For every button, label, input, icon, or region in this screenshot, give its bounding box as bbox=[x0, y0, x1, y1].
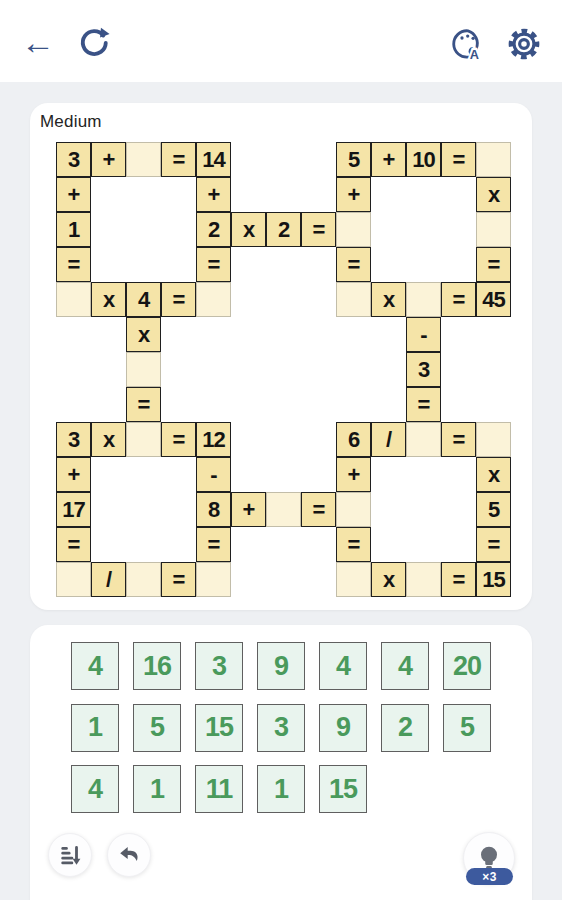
board-cell-r0c3: = bbox=[161, 142, 196, 177]
back-button[interactable]: ← bbox=[18, 22, 58, 62]
number-tile[interactable]: 4 bbox=[319, 642, 367, 690]
board-cell-r7c2: = bbox=[126, 387, 161, 422]
theme-button[interactable]: A A bbox=[448, 24, 488, 64]
board-cell-r12c2[interactable] bbox=[126, 562, 161, 597]
number-tile[interactable]: 3 bbox=[195, 642, 243, 690]
sort-icon bbox=[57, 842, 83, 868]
number-tile[interactable]: 9 bbox=[319, 704, 367, 752]
undo-icon bbox=[116, 842, 142, 868]
board-cell-r12c0[interactable] bbox=[56, 562, 91, 597]
number-tile[interactable]: 9 bbox=[257, 642, 305, 690]
tray-card: ×3 416394420151539254111115 bbox=[30, 625, 532, 900]
gear-icon bbox=[506, 26, 542, 62]
board-cell-r1c0: + bbox=[56, 177, 91, 212]
board-cell-r0c8: 5 bbox=[336, 142, 371, 177]
board-cell-r12c11: = bbox=[441, 562, 476, 597]
board-cell-r9c8: + bbox=[336, 457, 371, 492]
board-cell-r10c6[interactable] bbox=[266, 492, 301, 527]
board-cell-r4c3: = bbox=[161, 282, 196, 317]
number-tile[interactable]: 5 bbox=[443, 704, 491, 752]
board-cell-r10c5: + bbox=[231, 492, 266, 527]
board-cell-r2c6: 2 bbox=[266, 212, 301, 247]
number-tile[interactable]: 3 bbox=[257, 704, 305, 752]
board-cell-r4c4[interactable] bbox=[196, 282, 231, 317]
board-cell-r2c8[interactable] bbox=[336, 212, 371, 247]
board-cell-r0c10: 10 bbox=[406, 142, 441, 177]
number-tile[interactable]: 15 bbox=[195, 704, 243, 752]
number-tile[interactable]: 1 bbox=[257, 765, 305, 813]
board-cell-r12c1: / bbox=[91, 562, 126, 597]
board-cell-r5c10: - bbox=[406, 317, 441, 352]
board-cell-r8c3: = bbox=[161, 422, 196, 457]
number-tile[interactable]: 2 bbox=[381, 704, 429, 752]
palette-icon: A A bbox=[450, 26, 486, 62]
number-tile[interactable]: 20 bbox=[443, 642, 491, 690]
board-cell-r0c2[interactable] bbox=[126, 142, 161, 177]
board-cell-r12c9: x bbox=[371, 562, 406, 597]
back-arrow-icon: ← bbox=[21, 23, 55, 62]
board-cell-r3c0: = bbox=[56, 247, 91, 282]
board-cell-r8c0: 3 bbox=[56, 422, 91, 457]
board-cell-r12c3: = bbox=[161, 562, 196, 597]
board-cell-r4c9: x bbox=[371, 282, 406, 317]
board-cell-r0c1: + bbox=[91, 142, 126, 177]
board-cell-r8c8: 6 bbox=[336, 422, 371, 457]
board-cell-r10c7: = bbox=[301, 492, 336, 527]
board-cell-r3c4: = bbox=[196, 247, 231, 282]
board-cell-r8c9: / bbox=[371, 422, 406, 457]
board-cell-r8c10[interactable] bbox=[406, 422, 441, 457]
sort-button[interactable] bbox=[48, 833, 92, 877]
board-cell-r4c12: 45 bbox=[476, 282, 511, 317]
number-tile[interactable]: 4 bbox=[381, 642, 429, 690]
svg-text:A: A bbox=[470, 47, 479, 62]
board-cell-r8c12[interactable] bbox=[476, 422, 511, 457]
board-cell-r4c1: x bbox=[91, 282, 126, 317]
difficulty-label: Medium bbox=[40, 112, 102, 132]
board-cell-r1c4: + bbox=[196, 177, 231, 212]
board-cell-r12c8[interactable] bbox=[336, 562, 371, 597]
board-cell-r6c10: 3 bbox=[406, 352, 441, 387]
board-cell-r2c0: 1 bbox=[56, 212, 91, 247]
number-tile[interactable]: 15 bbox=[319, 765, 367, 813]
settings-button[interactable] bbox=[504, 24, 544, 64]
board-cell-r4c11: = bbox=[441, 282, 476, 317]
board-cell-r9c4: - bbox=[196, 457, 231, 492]
board-cell-r8c1: x bbox=[91, 422, 126, 457]
board-cell-r11c12: = bbox=[476, 527, 511, 562]
board-cell-r5c2: x bbox=[126, 317, 161, 352]
board-cell-r0c12[interactable] bbox=[476, 142, 511, 177]
board-cell-r9c12: x bbox=[476, 457, 511, 492]
board-cell-r7c10: = bbox=[406, 387, 441, 422]
board-cell-r2c7: = bbox=[301, 212, 336, 247]
board-cell-r2c5: x bbox=[231, 212, 266, 247]
number-tile[interactable]: 4 bbox=[71, 642, 119, 690]
board-cell-r10c4: 8 bbox=[196, 492, 231, 527]
board-cell-r0c0: 3 bbox=[56, 142, 91, 177]
number-tile[interactable]: 16 bbox=[133, 642, 181, 690]
board-cell-r11c4: = bbox=[196, 527, 231, 562]
board-cell-r8c11: = bbox=[441, 422, 476, 457]
board-cell-r12c10[interactable] bbox=[406, 562, 441, 597]
board-cell-r4c8[interactable] bbox=[336, 282, 371, 317]
number-tile[interactable]: 1 bbox=[71, 704, 119, 752]
number-tile[interactable]: 4 bbox=[71, 765, 119, 813]
app-screen: ← A A Medium bbox=[0, 0, 562, 900]
board-cell-r1c8: + bbox=[336, 177, 371, 212]
top-bar: ← A A bbox=[0, 0, 562, 82]
board-cell-r9c0: + bbox=[56, 457, 91, 492]
board-cell-r11c0: = bbox=[56, 527, 91, 562]
board-cell-r2c4: 2 bbox=[196, 212, 231, 247]
board-cell-r3c12: = bbox=[476, 247, 511, 282]
board-cell-r4c0[interactable] bbox=[56, 282, 91, 317]
board-cell-r8c2[interactable] bbox=[126, 422, 161, 457]
board-cell-r12c12: 15 bbox=[476, 562, 511, 597]
board-cell-r1c12: x bbox=[476, 177, 511, 212]
restart-button[interactable] bbox=[74, 20, 114, 64]
board-cell-r2c12[interactable] bbox=[476, 212, 511, 247]
board-cell-r10c0: 17 bbox=[56, 492, 91, 527]
refresh-icon bbox=[77, 25, 111, 59]
board-cell-r0c9: + bbox=[371, 142, 406, 177]
board-cell-r3c8: = bbox=[336, 247, 371, 282]
board-cell-r10c8[interactable] bbox=[336, 492, 371, 527]
board-card: Medium 3+=145+10=+++x12x2=====x4=x=45x-3… bbox=[30, 103, 532, 610]
number-tile[interactable]: 1 bbox=[133, 765, 181, 813]
board-cell-r10c12: 5 bbox=[476, 492, 511, 527]
number-tile[interactable]: 11 bbox=[195, 765, 243, 813]
board-cell-r0c11: = bbox=[441, 142, 476, 177]
board-cell-r8c4: 12 bbox=[196, 422, 231, 457]
number-tile[interactable]: 5 bbox=[133, 704, 181, 752]
board-cell-r0c4: 14 bbox=[196, 142, 231, 177]
hint-count-badge: ×3 bbox=[466, 868, 513, 885]
board-cell-r11c8: = bbox=[336, 527, 371, 562]
board-cell-r6c2[interactable] bbox=[126, 352, 161, 387]
board-cell-r12c4[interactable] bbox=[196, 562, 231, 597]
undo-button[interactable] bbox=[107, 833, 151, 877]
board-cell-r4c10[interactable] bbox=[406, 282, 441, 317]
board-cell-r4c2: 4 bbox=[126, 282, 161, 317]
puzzle-grid: 3+=145+10=+++x12x2=====x4=x=45x-3==3x=12… bbox=[56, 142, 511, 597]
